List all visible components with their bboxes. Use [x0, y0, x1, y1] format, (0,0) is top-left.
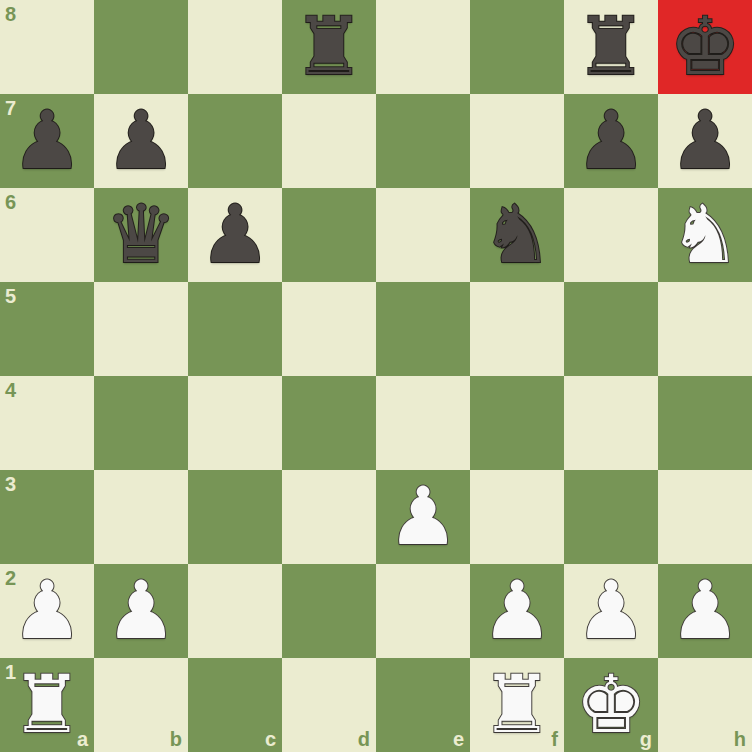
- square-f1[interactable]: f♜: [470, 658, 564, 752]
- square-c8[interactable]: [188, 0, 282, 94]
- square-g4[interactable]: [564, 376, 658, 470]
- square-e7[interactable]: [376, 94, 470, 188]
- rank-label-3: 3: [5, 474, 16, 494]
- piece-white-pawn[interactable]: ♟: [94, 564, 188, 658]
- square-c3[interactable]: [188, 470, 282, 564]
- rank-label-8: 8: [5, 4, 16, 24]
- square-d8[interactable]: ♜: [282, 0, 376, 94]
- square-f8[interactable]: [470, 0, 564, 94]
- square-b3[interactable]: [94, 470, 188, 564]
- square-e2[interactable]: [376, 564, 470, 658]
- rank-label-4: 4: [5, 380, 16, 400]
- square-h5[interactable]: [658, 282, 752, 376]
- square-e6[interactable]: [376, 188, 470, 282]
- piece-black-pawn[interactable]: ♟: [658, 94, 752, 188]
- piece-black-queen[interactable]: ♛: [94, 188, 188, 282]
- piece-white-rook[interactable]: ♜: [470, 658, 564, 752]
- square-d6[interactable]: [282, 188, 376, 282]
- square-e1[interactable]: e: [376, 658, 470, 752]
- square-b6[interactable]: ♛: [94, 188, 188, 282]
- piece-black-rook[interactable]: ♜: [282, 0, 376, 94]
- file-label-c: c: [265, 729, 276, 749]
- square-e5[interactable]: [376, 282, 470, 376]
- piece-black-knight[interactable]: ♞: [470, 188, 564, 282]
- square-g6[interactable]: [564, 188, 658, 282]
- square-c2[interactable]: [188, 564, 282, 658]
- square-d3[interactable]: [282, 470, 376, 564]
- file-label-h: h: [734, 729, 746, 749]
- file-label-d: d: [358, 729, 370, 749]
- square-a2[interactable]: 2♟: [0, 564, 94, 658]
- square-c6[interactable]: ♟: [188, 188, 282, 282]
- square-h3[interactable]: [658, 470, 752, 564]
- square-a4[interactable]: 4: [0, 376, 94, 470]
- square-b1[interactable]: b: [94, 658, 188, 752]
- piece-black-pawn[interactable]: ♟: [188, 188, 282, 282]
- square-e3[interactable]: ♟: [376, 470, 470, 564]
- square-b5[interactable]: [94, 282, 188, 376]
- piece-white-pawn[interactable]: ♟: [658, 564, 752, 658]
- piece-white-king[interactable]: ♚: [564, 658, 658, 752]
- square-a5[interactable]: 5: [0, 282, 94, 376]
- piece-white-pawn[interactable]: ♟: [0, 564, 94, 658]
- square-g5[interactable]: [564, 282, 658, 376]
- square-f7[interactable]: [470, 94, 564, 188]
- square-c1[interactable]: c: [188, 658, 282, 752]
- square-f4[interactable]: [470, 376, 564, 470]
- square-a7[interactable]: 7♟: [0, 94, 94, 188]
- rank-label-6: 6: [5, 192, 16, 212]
- chess-board: 8♜♜♚7♟♟♟♟6♛♟♞♞543♟2♟♟♟♟♟1a♜bcdef♜g♚h: [0, 0, 752, 752]
- square-h1[interactable]: h: [658, 658, 752, 752]
- square-e8[interactable]: [376, 0, 470, 94]
- piece-white-pawn[interactable]: ♟: [376, 470, 470, 564]
- piece-black-pawn[interactable]: ♟: [94, 94, 188, 188]
- square-g2[interactable]: ♟: [564, 564, 658, 658]
- square-h4[interactable]: [658, 376, 752, 470]
- square-d7[interactable]: [282, 94, 376, 188]
- square-c7[interactable]: [188, 94, 282, 188]
- piece-black-pawn[interactable]: ♟: [564, 94, 658, 188]
- square-f3[interactable]: [470, 470, 564, 564]
- piece-white-knight[interactable]: ♞: [658, 188, 752, 282]
- piece-white-pawn[interactable]: ♟: [470, 564, 564, 658]
- square-a6[interactable]: 6: [0, 188, 94, 282]
- piece-black-pawn[interactable]: ♟: [0, 94, 94, 188]
- piece-white-pawn[interactable]: ♟: [564, 564, 658, 658]
- square-a3[interactable]: 3: [0, 470, 94, 564]
- square-h8[interactable]: ♚: [658, 0, 752, 94]
- square-d2[interactable]: [282, 564, 376, 658]
- piece-black-king[interactable]: ♚: [658, 0, 752, 94]
- file-label-e: e: [453, 729, 464, 749]
- square-h7[interactable]: ♟: [658, 94, 752, 188]
- square-d5[interactable]: [282, 282, 376, 376]
- square-g7[interactable]: ♟: [564, 94, 658, 188]
- square-d1[interactable]: d: [282, 658, 376, 752]
- square-e4[interactable]: [376, 376, 470, 470]
- square-d4[interactable]: [282, 376, 376, 470]
- square-h6[interactable]: ♞: [658, 188, 752, 282]
- square-h2[interactable]: ♟: [658, 564, 752, 658]
- square-g1[interactable]: g♚: [564, 658, 658, 752]
- piece-black-rook[interactable]: ♜: [564, 0, 658, 94]
- square-f5[interactable]: [470, 282, 564, 376]
- square-g3[interactable]: [564, 470, 658, 564]
- square-b8[interactable]: [94, 0, 188, 94]
- rank-label-5: 5: [5, 286, 16, 306]
- file-label-b: b: [170, 729, 182, 749]
- square-c4[interactable]: [188, 376, 282, 470]
- square-f6[interactable]: ♞: [470, 188, 564, 282]
- square-b2[interactable]: ♟: [94, 564, 188, 658]
- square-b7[interactable]: ♟: [94, 94, 188, 188]
- square-b4[interactable]: [94, 376, 188, 470]
- square-c5[interactable]: [188, 282, 282, 376]
- square-g8[interactable]: ♜: [564, 0, 658, 94]
- piece-white-rook[interactable]: ♜: [0, 658, 94, 752]
- square-a1[interactable]: 1a♜: [0, 658, 94, 752]
- square-a8[interactable]: 8: [0, 0, 94, 94]
- square-f2[interactable]: ♟: [470, 564, 564, 658]
